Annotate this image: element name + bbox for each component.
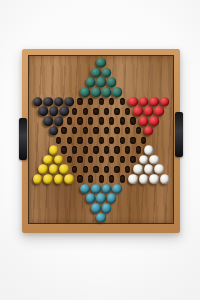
hole[interactable] xyxy=(162,97,167,107)
peg-blue[interactable] xyxy=(96,194,106,204)
hole-opening xyxy=(114,127,119,135)
peg-white[interactable] xyxy=(160,174,170,184)
hole-opening xyxy=(67,117,72,125)
hole[interactable] xyxy=(99,155,104,165)
hole-opening xyxy=(125,166,130,174)
hole[interactable] xyxy=(130,174,135,184)
hole[interactable] xyxy=(109,194,114,204)
hole-opening xyxy=(93,108,98,116)
hole[interactable] xyxy=(141,155,146,165)
chinese-checkers-board xyxy=(22,49,180,233)
hole-opening xyxy=(77,137,82,145)
hole[interactable] xyxy=(72,106,77,116)
hole[interactable] xyxy=(77,116,82,126)
hole[interactable] xyxy=(130,155,135,165)
hole[interactable] xyxy=(77,155,82,165)
hole[interactable] xyxy=(67,136,72,146)
hole[interactable] xyxy=(83,165,88,175)
peg-yellow[interactable] xyxy=(59,165,69,175)
peg-yellow[interactable] xyxy=(49,165,59,175)
hole-opening xyxy=(93,166,98,174)
peg-red[interactable] xyxy=(139,116,149,126)
hole[interactable] xyxy=(83,184,88,194)
hole[interactable] xyxy=(141,97,146,107)
hole[interactable] xyxy=(77,97,82,107)
peg-white[interactable] xyxy=(144,145,154,155)
hole-opening xyxy=(109,156,114,164)
hole[interactable] xyxy=(99,213,104,223)
hole-opening xyxy=(77,117,82,125)
hole[interactable] xyxy=(88,155,93,165)
hole-opening xyxy=(72,108,77,116)
hole[interactable] xyxy=(99,136,104,146)
peg-red[interactable] xyxy=(149,97,159,107)
hole[interactable] xyxy=(104,145,109,155)
hole[interactable] xyxy=(120,136,125,146)
hole[interactable] xyxy=(120,155,125,165)
peg-green[interactable] xyxy=(91,68,101,78)
hole[interactable] xyxy=(93,165,98,175)
hole[interactable] xyxy=(93,203,98,213)
hole[interactable] xyxy=(56,136,61,146)
hole[interactable] xyxy=(67,97,72,107)
peg-blue[interactable] xyxy=(81,184,91,194)
peg-black[interactable] xyxy=(38,106,48,116)
hole[interactable] xyxy=(83,87,88,97)
hole-opening xyxy=(114,108,119,116)
hole[interactable] xyxy=(51,106,56,116)
peg-green[interactable] xyxy=(86,77,96,87)
hole[interactable] xyxy=(136,145,141,155)
hole-opening xyxy=(72,166,77,174)
hole-opening xyxy=(77,156,82,164)
hole[interactable] xyxy=(93,68,98,78)
hole[interactable] xyxy=(61,145,66,155)
hole[interactable] xyxy=(67,155,72,165)
peg-blue[interactable] xyxy=(107,194,117,204)
hole[interactable] xyxy=(61,165,66,175)
peg-yellow[interactable] xyxy=(49,145,59,155)
peg-white[interactable] xyxy=(149,174,159,184)
hole-opening xyxy=(130,137,135,145)
peg-white[interactable] xyxy=(139,174,149,184)
left-strap xyxy=(19,118,27,160)
peg-red[interactable] xyxy=(144,126,154,136)
hole[interactable] xyxy=(125,165,130,175)
hole[interactable] xyxy=(125,145,130,155)
hole[interactable] xyxy=(67,116,72,126)
hole[interactable] xyxy=(72,165,77,175)
peg-blue[interactable] xyxy=(91,184,101,194)
peg-black[interactable] xyxy=(65,97,75,107)
hole-opening xyxy=(104,146,109,154)
hole[interactable] xyxy=(152,155,157,165)
hole-opening xyxy=(109,98,114,106)
hole-opening xyxy=(99,137,104,145)
hole[interactable] xyxy=(83,145,88,155)
hole[interactable] xyxy=(146,145,151,155)
peg-blue[interactable] xyxy=(96,213,106,223)
hole[interactable] xyxy=(109,116,114,126)
peg-red[interactable] xyxy=(133,106,143,116)
hole[interactable] xyxy=(104,68,109,78)
peg-black[interactable] xyxy=(59,106,69,116)
hole[interactable] xyxy=(120,97,125,107)
peg-blue[interactable] xyxy=(102,203,112,213)
peg-white[interactable] xyxy=(139,155,149,165)
hole-opening xyxy=(88,98,93,106)
hole[interactable] xyxy=(114,145,119,155)
peg-white[interactable] xyxy=(133,165,143,175)
hole[interactable] xyxy=(88,77,93,87)
hole-opening xyxy=(120,175,125,183)
hole[interactable] xyxy=(83,106,88,116)
hole[interactable] xyxy=(162,174,167,184)
hole[interactable] xyxy=(152,116,157,126)
hole-opening xyxy=(83,127,88,135)
hole[interactable] xyxy=(56,116,61,126)
hole[interactable] xyxy=(77,174,82,184)
hole-opening xyxy=(83,108,88,116)
hole[interactable] xyxy=(93,126,98,136)
peg-blue[interactable] xyxy=(86,194,96,204)
hole-opening xyxy=(136,127,141,135)
hole[interactable] xyxy=(146,126,151,136)
peg-black[interactable] xyxy=(43,97,53,107)
hole[interactable] xyxy=(93,106,98,116)
hole[interactable] xyxy=(136,126,141,136)
peg-black[interactable] xyxy=(54,97,64,107)
hole-opening xyxy=(88,137,93,145)
hole-opening xyxy=(120,156,125,164)
hole[interactable] xyxy=(88,116,93,126)
hole[interactable] xyxy=(109,155,114,165)
hole[interactable] xyxy=(125,126,130,136)
hole-opening xyxy=(141,137,146,145)
peg-red[interactable] xyxy=(149,116,159,126)
hole-opening xyxy=(88,156,93,164)
hole[interactable] xyxy=(104,184,109,194)
hole[interactable] xyxy=(99,58,104,68)
hole-opening xyxy=(99,117,104,125)
hole-opening xyxy=(99,156,104,164)
hole-opening xyxy=(99,98,104,106)
peg-white[interactable] xyxy=(128,174,138,184)
right-strap xyxy=(175,112,183,157)
hole[interactable] xyxy=(56,174,61,184)
hole[interactable] xyxy=(157,106,162,116)
hole[interactable] xyxy=(77,136,82,146)
peg-black[interactable] xyxy=(33,97,43,107)
peg-blue[interactable] xyxy=(102,184,112,194)
peg-yellow[interactable] xyxy=(38,165,48,175)
hole-opening xyxy=(136,146,141,154)
hole[interactable] xyxy=(141,116,146,126)
hole-opening xyxy=(120,98,125,106)
hole[interactable] xyxy=(109,77,114,87)
peg-red[interactable] xyxy=(144,106,154,116)
hole[interactable] xyxy=(46,174,51,184)
peg-black[interactable] xyxy=(43,116,53,126)
hole-opening xyxy=(88,175,93,183)
hole[interactable] xyxy=(40,165,45,175)
hole[interactable] xyxy=(99,97,104,107)
hole-opening xyxy=(67,137,72,145)
peg-black[interactable] xyxy=(49,126,59,136)
peg-green[interactable] xyxy=(107,77,117,87)
hole-opening xyxy=(130,117,135,125)
hole-opening xyxy=(93,127,98,135)
hole[interactable] xyxy=(120,116,125,126)
peg-red[interactable] xyxy=(139,97,149,107)
peg-white[interactable] xyxy=(149,155,159,165)
peg-green[interactable] xyxy=(81,87,91,97)
peg-yellow[interactable] xyxy=(43,155,53,165)
hole-opening xyxy=(109,137,114,145)
hole-opening xyxy=(56,137,61,145)
hole[interactable] xyxy=(125,106,130,116)
hole-opening xyxy=(104,166,109,174)
hole[interactable] xyxy=(114,165,119,175)
peg-yellow[interactable] xyxy=(33,174,43,184)
hole[interactable] xyxy=(104,203,109,213)
hole[interactable] xyxy=(130,97,135,107)
hole-opening xyxy=(77,175,82,183)
hole-opening xyxy=(130,156,135,164)
hole[interactable] xyxy=(99,77,104,87)
hole[interactable] xyxy=(51,145,56,155)
hole[interactable] xyxy=(114,184,119,194)
peg-green[interactable] xyxy=(102,87,112,97)
hole[interactable] xyxy=(88,174,93,184)
hole[interactable] xyxy=(56,155,61,165)
hole[interactable] xyxy=(51,165,56,175)
hole[interactable] xyxy=(61,106,66,116)
hole-opening xyxy=(99,175,104,183)
hole[interactable] xyxy=(46,97,51,107)
peg-black[interactable] xyxy=(49,106,59,116)
peg-green[interactable] xyxy=(112,87,122,97)
hole-opening xyxy=(67,156,72,164)
photo-scene xyxy=(0,0,200,300)
hole[interactable] xyxy=(104,126,109,136)
hole[interactable] xyxy=(72,145,77,155)
hole[interactable] xyxy=(61,126,66,136)
hole-opening xyxy=(120,137,125,145)
peg-green[interactable] xyxy=(91,87,101,97)
peg-blue[interactable] xyxy=(112,184,122,194)
hole-opening xyxy=(104,127,109,135)
peg-red[interactable] xyxy=(155,106,165,116)
hole[interactable] xyxy=(146,106,151,116)
hole-opening xyxy=(88,117,93,125)
peg-red[interactable] xyxy=(128,97,138,107)
hole[interactable] xyxy=(152,174,157,184)
hole[interactable] xyxy=(104,87,109,97)
hole-opening xyxy=(114,166,119,174)
hole[interactable] xyxy=(88,194,93,204)
hole[interactable] xyxy=(109,174,114,184)
hole[interactable] xyxy=(141,136,146,146)
hole-opening xyxy=(114,146,119,154)
hole-opening xyxy=(125,127,130,135)
hole[interactable] xyxy=(104,165,109,175)
hole[interactable] xyxy=(35,97,40,107)
hole[interactable] xyxy=(51,126,56,136)
hole-opening xyxy=(120,117,125,125)
peg-white[interactable] xyxy=(155,165,165,175)
hole-opening xyxy=(61,127,66,135)
peg-yellow[interactable] xyxy=(43,174,53,184)
peg-grid xyxy=(35,58,167,223)
peg-yellow[interactable] xyxy=(54,174,64,184)
hole[interactable] xyxy=(104,106,109,116)
hole[interactable] xyxy=(46,155,51,165)
hole[interactable] xyxy=(99,194,104,204)
hole-opening xyxy=(109,175,114,183)
hole[interactable] xyxy=(35,174,40,184)
hole-opening xyxy=(109,117,114,125)
hole[interactable] xyxy=(83,126,88,136)
hole[interactable] xyxy=(114,87,119,97)
hole[interactable] xyxy=(93,87,98,97)
peg-yellow[interactable] xyxy=(54,155,64,165)
hole[interactable] xyxy=(130,136,135,146)
hole[interactable] xyxy=(136,106,141,116)
hole[interactable] xyxy=(67,174,72,184)
hole-opening xyxy=(72,127,77,135)
hole[interactable] xyxy=(130,116,135,126)
hole[interactable] xyxy=(40,106,45,116)
hole[interactable] xyxy=(114,106,119,116)
hole[interactable] xyxy=(114,126,119,136)
peg-green[interactable] xyxy=(96,58,106,68)
hole[interactable] xyxy=(136,165,141,175)
hole[interactable] xyxy=(99,116,104,126)
hole[interactable] xyxy=(109,97,114,107)
hole[interactable] xyxy=(72,126,77,136)
hole[interactable] xyxy=(146,165,151,175)
peg-white[interactable] xyxy=(144,165,154,175)
peg-green[interactable] xyxy=(96,77,106,87)
peg-yellow[interactable] xyxy=(65,174,75,184)
peg-black[interactable] xyxy=(54,116,64,126)
peg-green[interactable] xyxy=(102,68,112,78)
hole[interactable] xyxy=(152,97,157,107)
hole-opening xyxy=(104,108,109,116)
hole-opening xyxy=(77,98,82,106)
hole[interactable] xyxy=(88,136,93,146)
hole[interactable] xyxy=(56,97,61,107)
peg-blue[interactable] xyxy=(91,203,101,213)
hole[interactable] xyxy=(93,184,98,194)
hole[interactable] xyxy=(120,174,125,184)
hole[interactable] xyxy=(99,174,104,184)
hole[interactable] xyxy=(93,145,98,155)
hole-opening xyxy=(72,146,77,154)
hole[interactable] xyxy=(46,116,51,126)
hole-opening xyxy=(83,166,88,174)
hole[interactable] xyxy=(88,97,93,107)
hole[interactable] xyxy=(109,136,114,146)
hole-opening xyxy=(93,146,98,154)
peg-red[interactable] xyxy=(160,97,170,107)
hole-opening xyxy=(61,146,66,154)
hole-opening xyxy=(125,146,130,154)
hole-opening xyxy=(125,108,130,116)
hole-opening xyxy=(83,146,88,154)
hole[interactable] xyxy=(141,174,146,184)
hole[interactable] xyxy=(157,165,162,175)
